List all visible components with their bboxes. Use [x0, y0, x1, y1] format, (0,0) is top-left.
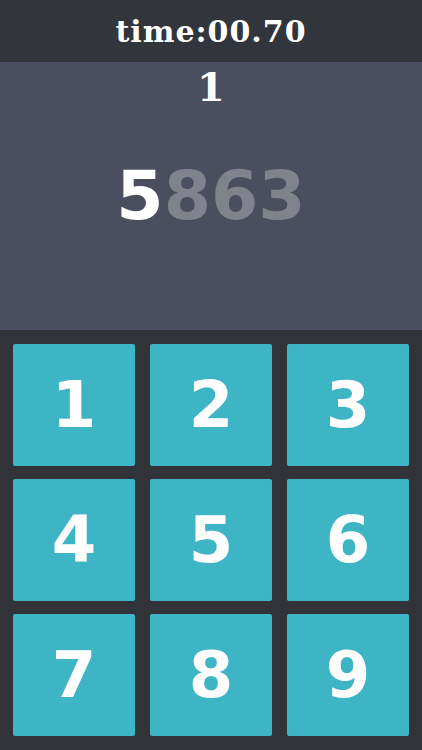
game-screen: time:00.70 1 5863 1 2 3 4 5 6 7 8 9: [0, 0, 422, 750]
key-7[interactable]: 7: [13, 614, 135, 736]
key-1[interactable]: 1: [13, 344, 135, 466]
number-panel: 1 5863: [0, 62, 422, 330]
key-4[interactable]: 4: [13, 479, 135, 601]
timer-bar: time:00.70: [0, 0, 422, 62]
remaining-digits: 863: [164, 162, 306, 230]
key-5[interactable]: 5: [150, 479, 272, 601]
target-number: 5863: [0, 62, 422, 330]
timer-label: time:00.70: [115, 14, 306, 49]
key-9[interactable]: 9: [287, 614, 409, 736]
key-2[interactable]: 2: [150, 344, 272, 466]
key-6[interactable]: 6: [287, 479, 409, 601]
keypad: 1 2 3 4 5 6 7 8 9: [0, 330, 422, 750]
key-8[interactable]: 8: [150, 614, 272, 736]
typed-digits: 5: [116, 162, 163, 230]
key-3[interactable]: 3: [287, 344, 409, 466]
